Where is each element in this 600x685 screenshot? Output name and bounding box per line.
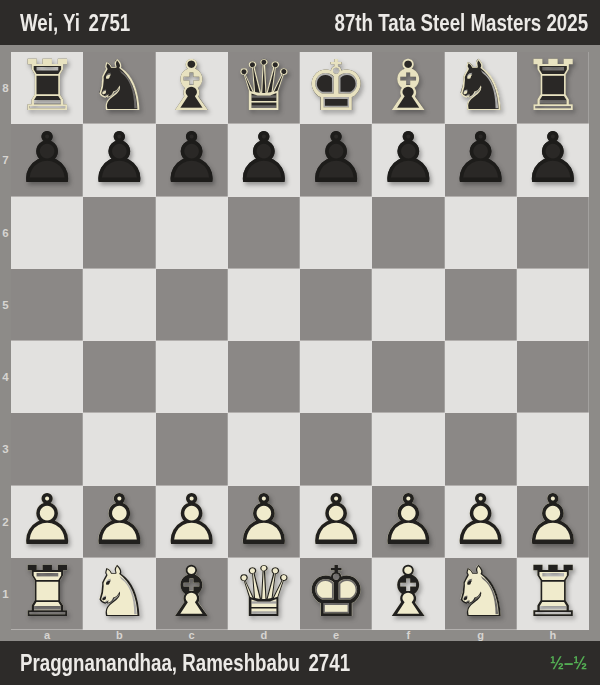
square-a5[interactable] bbox=[11, 269, 83, 341]
rank-label-7: 7 bbox=[0, 124, 11, 196]
piece-glyph-outline: ♙ bbox=[449, 123, 512, 193]
piece-black-pawn: ♟♙ bbox=[156, 124, 228, 196]
square-a1[interactable]: ♜♖ bbox=[11, 558, 83, 630]
file-label-b: b bbox=[83, 630, 155, 641]
square-g3[interactable] bbox=[445, 413, 517, 485]
rank-label-3: 3 bbox=[0, 413, 11, 485]
piece-black-bishop: ♝♗ bbox=[156, 52, 228, 124]
square-h3[interactable] bbox=[517, 413, 589, 485]
piece-glyph-outline: ♖ bbox=[16, 557, 79, 627]
square-c3[interactable] bbox=[156, 413, 228, 485]
piece-glyph-outline: ♘ bbox=[88, 51, 151, 121]
square-c7[interactable]: ♟♙ bbox=[156, 124, 228, 196]
square-h4[interactable] bbox=[517, 341, 589, 413]
square-b8[interactable]: ♞♘ bbox=[83, 52, 155, 124]
black-player-rating: 2751 bbox=[89, 9, 131, 37]
piece-glyph-outline: ♙ bbox=[16, 485, 79, 555]
piece-white-knight: ♞♘ bbox=[83, 558, 155, 630]
top-player-bar: Wei, Yi 2751 87th Tata Steel Masters 202… bbox=[0, 0, 600, 45]
square-c4[interactable] bbox=[156, 341, 228, 413]
piece-glyph-outline: ♙ bbox=[521, 123, 584, 193]
piece-white-pawn: ♟♙ bbox=[228, 486, 300, 558]
square-h2[interactable]: ♟♙ bbox=[517, 486, 589, 558]
black-player: Wei, Yi 2751 bbox=[20, 9, 130, 37]
rank-labels: 87654321 bbox=[0, 52, 11, 630]
square-a6[interactable] bbox=[11, 197, 83, 269]
square-e5[interactable] bbox=[300, 269, 372, 341]
piece-glyph-outline: ♙ bbox=[16, 123, 79, 193]
piece-glyph-outline: ♕ bbox=[232, 557, 295, 627]
piece-black-pawn: ♟♙ bbox=[517, 124, 589, 196]
piece-glyph-outline: ♗ bbox=[160, 51, 223, 121]
square-b7[interactable]: ♟♙ bbox=[83, 124, 155, 196]
piece-white-rook: ♜♖ bbox=[517, 558, 589, 630]
piece-glyph-outline: ♗ bbox=[377, 51, 440, 121]
square-e2[interactable]: ♟♙ bbox=[300, 486, 372, 558]
game-result: ½–½ bbox=[550, 652, 587, 674]
square-f2[interactable]: ♟♙ bbox=[372, 486, 444, 558]
square-f7[interactable]: ♟♙ bbox=[372, 124, 444, 196]
square-f6[interactable] bbox=[372, 197, 444, 269]
piece-black-knight: ♞♘ bbox=[83, 52, 155, 124]
rank-label-2: 2 bbox=[0, 486, 11, 558]
piece-glyph-outline: ♙ bbox=[232, 485, 295, 555]
piece-black-rook: ♜♖ bbox=[11, 52, 83, 124]
piece-black-queen: ♛♕ bbox=[228, 52, 300, 124]
piece-glyph-outline: ♕ bbox=[232, 51, 295, 121]
piece-glyph-outline: ♖ bbox=[16, 51, 79, 121]
file-label-c: c bbox=[156, 630, 228, 641]
square-d1[interactable]: ♛♕ bbox=[228, 558, 300, 630]
piece-glyph-outline: ♙ bbox=[449, 485, 512, 555]
rank-label-4: 4 bbox=[0, 341, 11, 413]
piece-glyph-outline: ♖ bbox=[521, 557, 584, 627]
piece-glyph-outline: ♙ bbox=[305, 485, 368, 555]
square-h1[interactable]: ♜♖ bbox=[517, 558, 589, 630]
square-b4[interactable] bbox=[83, 341, 155, 413]
square-d3[interactable] bbox=[228, 413, 300, 485]
piece-glyph-outline: ♘ bbox=[449, 51, 512, 121]
square-d6[interactable] bbox=[228, 197, 300, 269]
piece-black-knight: ♞♘ bbox=[445, 52, 517, 124]
piece-glyph-outline: ♗ bbox=[160, 557, 223, 627]
piece-white-rook: ♜♖ bbox=[11, 558, 83, 630]
piece-black-pawn: ♟♙ bbox=[300, 124, 372, 196]
square-d8[interactable]: ♛♕ bbox=[228, 52, 300, 124]
piece-glyph-outline: ♙ bbox=[377, 485, 440, 555]
square-b3[interactable] bbox=[83, 413, 155, 485]
file-label-d: d bbox=[228, 630, 300, 641]
square-g4[interactable] bbox=[445, 341, 517, 413]
file-label-e: e bbox=[300, 630, 372, 641]
square-a4[interactable] bbox=[11, 341, 83, 413]
square-c5[interactable] bbox=[156, 269, 228, 341]
square-a7[interactable]: ♟♙ bbox=[11, 124, 83, 196]
file-labels: abcdefgh bbox=[11, 630, 589, 641]
square-e4[interactable] bbox=[300, 341, 372, 413]
file-label-g: g bbox=[445, 630, 517, 641]
file-label-h: h bbox=[517, 630, 589, 641]
piece-white-pawn: ♟♙ bbox=[372, 486, 444, 558]
square-e6[interactable] bbox=[300, 197, 372, 269]
piece-black-rook: ♜♖ bbox=[517, 52, 589, 124]
piece-white-queen: ♛♕ bbox=[228, 558, 300, 630]
square-g8[interactable]: ♞♘ bbox=[445, 52, 517, 124]
square-d5[interactable] bbox=[228, 269, 300, 341]
bottom-player-bar: Praggnanandhaa, Rameshbabu 2741 ½–½ bbox=[0, 641, 600, 685]
square-c2[interactable]: ♟♙ bbox=[156, 486, 228, 558]
rank-label-8: 8 bbox=[0, 52, 11, 124]
piece-white-pawn: ♟♙ bbox=[83, 486, 155, 558]
square-c6[interactable] bbox=[156, 197, 228, 269]
piece-black-bishop: ♝♗ bbox=[372, 52, 444, 124]
square-f5[interactable] bbox=[372, 269, 444, 341]
square-a8[interactable]: ♜♖ bbox=[11, 52, 83, 124]
chess-broadcast-viewer: Wei, Yi 2751 87th Tata Steel Masters 202… bbox=[0, 0, 600, 685]
board-squares: ♜♖♞♘♝♗♛♕♚♔♝♗♞♘♜♖♟♙♟♙♟♙♟♙♟♙♟♙♟♙♟♙♟♙♟♙♟♙♟♙… bbox=[11, 52, 589, 630]
square-g5[interactable] bbox=[445, 269, 517, 341]
square-f3[interactable] bbox=[372, 413, 444, 485]
square-g6[interactable] bbox=[445, 197, 517, 269]
black-player-name: Wei, Yi bbox=[20, 9, 80, 37]
square-c8[interactable]: ♝♗ bbox=[156, 52, 228, 124]
square-g2[interactable]: ♟♙ bbox=[445, 486, 517, 558]
square-f8[interactable]: ♝♗ bbox=[372, 52, 444, 124]
piece-glyph-outline: ♖ bbox=[521, 51, 584, 121]
piece-white-pawn: ♟♙ bbox=[11, 486, 83, 558]
file-label-f: f bbox=[372, 630, 444, 641]
piece-white-bishop: ♝♗ bbox=[156, 558, 228, 630]
square-d4[interactable] bbox=[228, 341, 300, 413]
piece-white-pawn: ♟♙ bbox=[517, 486, 589, 558]
piece-white-pawn: ♟♙ bbox=[445, 486, 517, 558]
piece-white-pawn: ♟♙ bbox=[156, 486, 228, 558]
white-player: Praggnanandhaa, Rameshbabu 2741 bbox=[20, 649, 350, 677]
square-e1[interactable]: ♚♔ bbox=[300, 558, 372, 630]
piece-glyph-outline: ♗ bbox=[377, 557, 440, 627]
piece-glyph-outline: ♙ bbox=[521, 485, 584, 555]
square-d7[interactable]: ♟♙ bbox=[228, 124, 300, 196]
square-f4[interactable] bbox=[372, 341, 444, 413]
piece-glyph-outline: ♔ bbox=[305, 557, 368, 627]
piece-white-bishop: ♝♗ bbox=[372, 558, 444, 630]
event-title: 87th Tata Steel Masters 2025 bbox=[334, 9, 588, 37]
file-label-a: a bbox=[11, 630, 83, 641]
square-h6[interactable] bbox=[517, 197, 589, 269]
square-e3[interactable] bbox=[300, 413, 372, 485]
square-g7[interactable]: ♟♙ bbox=[445, 124, 517, 196]
piece-glyph-outline: ♘ bbox=[449, 557, 512, 627]
piece-glyph-outline: ♙ bbox=[160, 123, 223, 193]
square-b5[interactable] bbox=[83, 269, 155, 341]
square-b2[interactable]: ♟♙ bbox=[83, 486, 155, 558]
square-d2[interactable]: ♟♙ bbox=[228, 486, 300, 558]
rank-label-6: 6 bbox=[0, 197, 11, 269]
square-e7[interactable]: ♟♙ bbox=[300, 124, 372, 196]
piece-glyph-outline: ♙ bbox=[232, 123, 295, 193]
piece-glyph-outline: ♘ bbox=[88, 557, 151, 627]
rank-label-1: 1 bbox=[0, 558, 11, 630]
square-e8[interactable]: ♚♔ bbox=[300, 52, 372, 124]
piece-white-knight: ♞♘ bbox=[445, 558, 517, 630]
piece-black-pawn: ♟♙ bbox=[445, 124, 517, 196]
square-a3[interactable] bbox=[11, 413, 83, 485]
square-h8[interactable]: ♜♖ bbox=[517, 52, 589, 124]
white-player-name: Praggnanandhaa, Rameshbabu bbox=[20, 649, 300, 677]
piece-black-pawn: ♟♙ bbox=[11, 124, 83, 196]
piece-black-king: ♚♔ bbox=[300, 52, 372, 124]
piece-white-king: ♚♔ bbox=[300, 558, 372, 630]
piece-glyph-outline: ♙ bbox=[377, 123, 440, 193]
square-b1[interactable]: ♞♘ bbox=[83, 558, 155, 630]
piece-glyph-outline: ♙ bbox=[160, 485, 223, 555]
piece-glyph-outline: ♙ bbox=[88, 485, 151, 555]
square-c1[interactable]: ♝♗ bbox=[156, 558, 228, 630]
chess-board: 87654321 ♜♖♞♘♝♗♛♕♚♔♝♗♞♘♜♖♟♙♟♙♟♙♟♙♟♙♟♙♟♙♟… bbox=[0, 45, 600, 641]
piece-glyph-outline: ♔ bbox=[305, 51, 368, 121]
white-player-rating: 2741 bbox=[308, 649, 350, 677]
square-f1[interactable]: ♝♗ bbox=[372, 558, 444, 630]
square-b6[interactable] bbox=[83, 197, 155, 269]
rank-label-5: 5 bbox=[0, 269, 11, 341]
square-h7[interactable]: ♟♙ bbox=[517, 124, 589, 196]
piece-glyph-outline: ♙ bbox=[88, 123, 151, 193]
piece-white-pawn: ♟♙ bbox=[300, 486, 372, 558]
square-h5[interactable] bbox=[517, 269, 589, 341]
piece-black-pawn: ♟♙ bbox=[83, 124, 155, 196]
square-g1[interactable]: ♞♘ bbox=[445, 558, 517, 630]
piece-black-pawn: ♟♙ bbox=[228, 124, 300, 196]
square-a2[interactable]: ♟♙ bbox=[11, 486, 83, 558]
piece-glyph-outline: ♙ bbox=[305, 123, 368, 193]
piece-black-pawn: ♟♙ bbox=[372, 124, 444, 196]
